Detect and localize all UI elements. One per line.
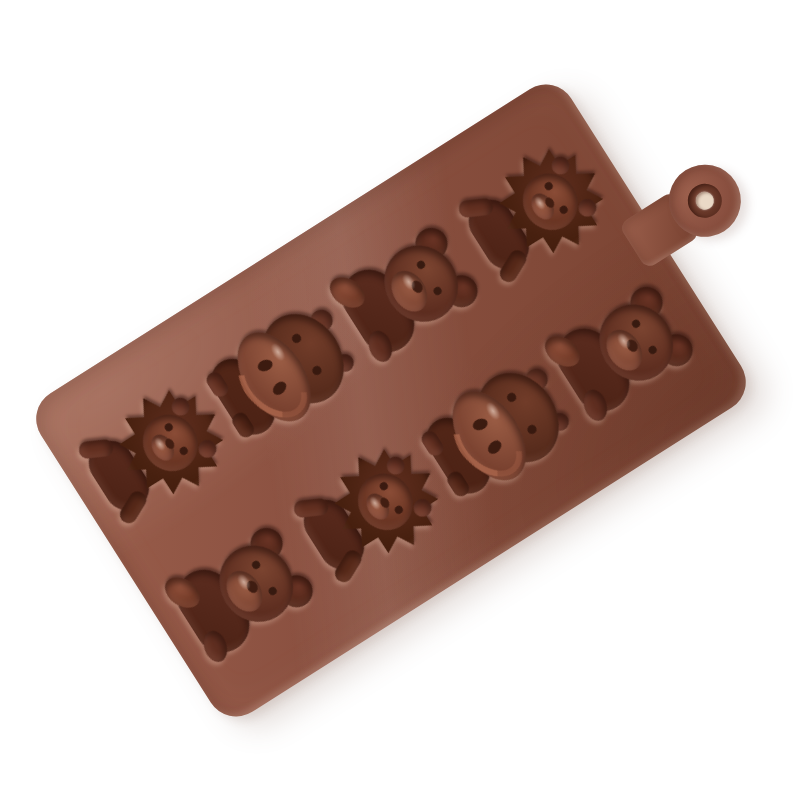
silicone-chocolate-mold xyxy=(25,73,757,728)
product-photo xyxy=(0,0,800,800)
hang-hole xyxy=(692,188,717,213)
hang-hole-rim xyxy=(681,177,728,224)
